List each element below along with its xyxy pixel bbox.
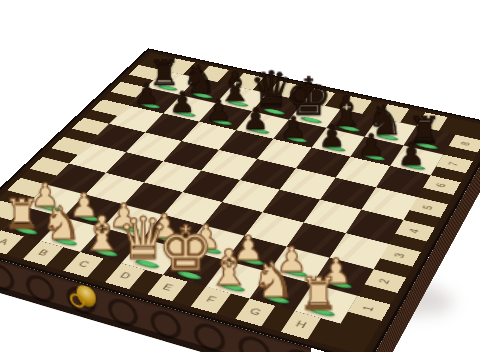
rank-number: 5: [422, 204, 436, 211]
rank-label-7: 7: [431, 154, 473, 182]
file-letter: G: [240, 305, 271, 320]
scene: ♜♞♝♛♚♝♞♜8♟♟♟♟♟♟♟♟76543♟♟♟♟♟♟♟♟2♜♞♝♛♚♝♞♜1…: [0, 0, 480, 352]
rank-number: 6: [435, 182, 448, 188]
white-rook[interactable]: ♜: [298, 272, 338, 317]
black-pawn[interactable]: ♟: [242, 104, 269, 134]
border-cell-left: [42, 137, 89, 164]
chess-set-photo: ♜♞♝♛♚♝♞♜8♟♟♟♟♟♟♟♟76543♟♟♟♟♟♟♟♟2♜♞♝♛♚♝♞♜1…: [0, 0, 480, 352]
rank-number: 7: [448, 161, 461, 167]
rank-number: 2: [378, 277, 393, 285]
rank-number: 4: [408, 227, 422, 234]
rank-number: 1: [362, 304, 377, 312]
rank-number: 3: [393, 252, 408, 259]
file-letter: E: [152, 281, 183, 295]
file-letter: H: [285, 317, 317, 332]
file-letter: A: [0, 236, 18, 249]
white-king[interactable]: ♚: [157, 218, 213, 280]
rank-number: 8: [460, 141, 473, 147]
black-pawn[interactable]: ♟: [279, 113, 306, 143]
white-knight[interactable]: ♞: [40, 200, 81, 246]
chess-board: ♜♞♝♛♚♝♞♜8♟♟♟♟♟♟♟♟76543♟♟♟♟♟♟♟♟2♜♞♝♛♚♝♞♜1…: [0, 48, 480, 352]
black-pawn[interactable]: ♟: [169, 88, 195, 117]
file-letter: C: [69, 258, 99, 272]
black-pawn[interactable]: ♟: [357, 130, 384, 161]
brass-clasp-icon: [75, 283, 95, 309]
white-bishop[interactable]: ♝: [206, 242, 250, 292]
black-pawn[interactable]: ♟: [318, 121, 345, 151]
file-letter: B: [28, 247, 58, 260]
white-knight[interactable]: ♞: [251, 255, 295, 304]
white-rook[interactable]: ♜: [3, 194, 40, 235]
black-pawn[interactable]: ♟: [205, 96, 231, 125]
black-pawn[interactable]: ♟: [397, 139, 425, 170]
black-pawn[interactable]: ♟: [133, 80, 159, 109]
file-letter: F: [196, 293, 227, 308]
file-letter: D: [110, 269, 140, 283]
